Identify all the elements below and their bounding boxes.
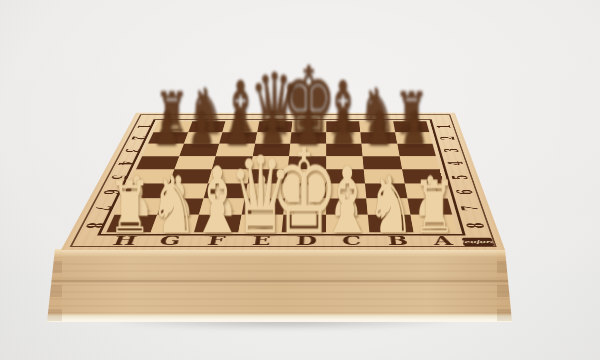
- square-a8: ♜: [410, 215, 457, 232]
- file-label-a: A: [423, 235, 463, 247]
- rank-label-2-left: 2: [120, 135, 158, 140]
- rank-label-7-left: 7: [81, 204, 127, 212]
- box-finger-joint-left: [47, 249, 62, 322]
- board-squares: ♜♞♝♛♚♝♞♜♟♟♟♟♟♟♟♟♟♟♟♟♟♟♟♟♜♞♝♛♚♝♞♜: [106, 121, 457, 232]
- file-label-e: E: [241, 235, 280, 247]
- square-b2: ♟: [360, 132, 397, 144]
- dark-pawn-g2: ♟: [188, 105, 216, 152]
- square-g8: ♞: [150, 215, 199, 232]
- rank-label-5-right: 5: [439, 174, 480, 181]
- square-f8: ♝: [194, 215, 241, 232]
- rank-label-3-right: 3: [432, 147, 471, 153]
- chess-set-scene: ♜♞♝♛♚♝♞♜♟♟♟♟♟♟♟♟♟♟♟♟♟♟♟♟♜♞♝♛♚♝♞♜ HGFEDCB…: [0, 0, 600, 360]
- file-label-h: H: [104, 235, 146, 247]
- rank-label-5-left: 5: [98, 174, 141, 181]
- dark-pawn-b2: ♟: [365, 105, 393, 152]
- rank-label-8-right: 8: [452, 221, 499, 229]
- square-a2: ♟: [395, 132, 433, 144]
- file-label-b: B: [378, 235, 417, 247]
- square-c8: ♝: [326, 215, 370, 232]
- rank-label-7-right: 7: [447, 204, 492, 212]
- square-b8: ♞: [368, 215, 413, 232]
- square-e8: ♛: [238, 215, 284, 232]
- rank-label-1-left: 1: [126, 124, 163, 129]
- rank-label-1-right: 1: [426, 124, 462, 129]
- brand-logo-label: Jeujura: [462, 240, 495, 244]
- file-label-c: C: [333, 235, 371, 247]
- file-label-g: G: [150, 235, 191, 247]
- rank-label-6-left: 6: [90, 189, 134, 196]
- rank-label-4-right: 4: [435, 160, 475, 166]
- square-a3: [397, 144, 436, 156]
- rank-label-2-right: 2: [429, 135, 466, 140]
- rank-label-8-left: 8: [71, 221, 119, 229]
- rank-label-6-right: 6: [443, 189, 486, 196]
- square-g2: ♟: [184, 132, 223, 144]
- rank-label-4-left: 4: [106, 160, 147, 166]
- box-finger-joint-right: [497, 249, 512, 322]
- file-label-d: D: [287, 235, 325, 247]
- rank-label-3-left: 3: [113, 147, 153, 153]
- file-label-f: F: [195, 235, 235, 247]
- dark-pawn-a2: ♟: [401, 105, 429, 152]
- chess-board: ♜♞♝♛♚♝♞♜♟♟♟♟♟♟♟♟♟♟♟♟♟♟♟♟♜♞♝♛♚♝♞♜ HGFEDCB…: [61, 113, 505, 250]
